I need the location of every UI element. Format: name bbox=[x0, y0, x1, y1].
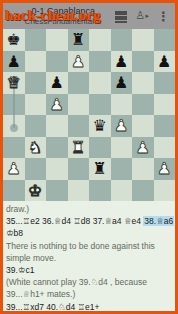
square-b8[interactable] bbox=[25, 29, 47, 51]
square-d4[interactable] bbox=[68, 115, 90, 137]
square-d3[interactable]: ♜ bbox=[68, 137, 90, 159]
comment-line-4: 39...♕h1+ mates.) bbox=[6, 288, 175, 300]
square-e1[interactable] bbox=[89, 180, 111, 202]
square-f4[interactable]: ♟ bbox=[111, 115, 133, 137]
square-f2[interactable] bbox=[111, 158, 133, 180]
square-h4[interactable] bbox=[154, 115, 176, 137]
square-c5[interactable]: ♟ bbox=[46, 94, 68, 116]
square-a3[interactable] bbox=[3, 137, 25, 159]
black-pawn: ♟ bbox=[114, 51, 128, 72]
square-g1[interactable] bbox=[132, 180, 154, 202]
pieces-play-icon[interactable]: ♙▸ bbox=[136, 10, 149, 22]
white-queen: ♛ bbox=[7, 72, 21, 93]
white-pawn: ♟ bbox=[50, 94, 64, 115]
black-pawn: ♟ bbox=[157, 51, 171, 72]
comment-line-2: simple move. bbox=[6, 252, 175, 264]
square-f5[interactable] bbox=[111, 94, 133, 116]
square-h3[interactable] bbox=[154, 137, 176, 159]
square-c1[interactable] bbox=[46, 180, 68, 202]
square-b2[interactable] bbox=[25, 158, 47, 180]
square-f8[interactable] bbox=[111, 29, 133, 51]
chess-app-screen: 0-1 Capablanca ChessFundamental… ♙▸ ⋮ ♚♜… bbox=[0, 0, 178, 314]
square-h5[interactable] bbox=[154, 94, 176, 116]
square-b6[interactable] bbox=[25, 72, 47, 94]
square-g7[interactable] bbox=[132, 51, 154, 73]
square-g6[interactable] bbox=[132, 72, 154, 94]
square-d2[interactable] bbox=[68, 158, 90, 180]
pawn-glyph: ♙ bbox=[136, 9, 146, 22]
play-triangle: ▸ bbox=[145, 12, 149, 20]
white-pawn: ♟ bbox=[7, 158, 21, 179]
square-b7[interactable] bbox=[25, 51, 47, 73]
white-knight: ♞ bbox=[28, 137, 42, 158]
square-b1[interactable]: ♚ bbox=[25, 180, 47, 202]
hack-watermark: hack-cheat.org bbox=[5, 7, 100, 24]
square-c2[interactable] bbox=[46, 158, 68, 180]
square-a7[interactable]: ♟ bbox=[3, 51, 25, 73]
square-d6[interactable] bbox=[68, 72, 90, 94]
white-king: ♚ bbox=[28, 180, 42, 201]
square-c7[interactable] bbox=[46, 51, 68, 73]
square-b5[interactable] bbox=[25, 94, 47, 116]
black-pawn: ♟ bbox=[50, 72, 64, 93]
comment-line-1: There is nothing to be done against this bbox=[6, 240, 175, 252]
black-pawn: ♟ bbox=[114, 72, 128, 93]
square-c8[interactable] bbox=[46, 29, 68, 51]
moves-before[interactable]: 35...♖e2 36.♕d4 ♖d8 37.♕a4 ♕e4 bbox=[6, 216, 143, 226]
chess-board[interactable]: ♚♜♟♟♟♟♛♟♟♟♛♟♞♜♟♟♜♟♚ bbox=[3, 29, 175, 201]
square-f3[interactable] bbox=[111, 137, 133, 159]
square-g4[interactable] bbox=[132, 115, 154, 137]
black-pawn: ♟ bbox=[7, 51, 21, 72]
square-g8[interactable] bbox=[132, 29, 154, 51]
move-list-line: 35...♖e2 36.♕d4 ♖d8 37.♕a4 ♕e4 38.♕a6 bbox=[6, 215, 175, 227]
square-g3[interactable]: ♟ bbox=[132, 137, 154, 159]
square-e5[interactable] bbox=[89, 94, 111, 116]
comment-prev-end: draw.) bbox=[6, 203, 175, 215]
square-b4[interactable] bbox=[25, 115, 47, 137]
square-h8[interactable] bbox=[154, 29, 176, 51]
white-pawn: ♟ bbox=[136, 137, 150, 158]
white-pawn: ♟ bbox=[157, 158, 171, 179]
current-move[interactable]: 38.♕a6 bbox=[143, 216, 174, 226]
square-d1[interactable] bbox=[68, 180, 90, 202]
square-c3[interactable] bbox=[46, 137, 68, 159]
white-rook: ♜ bbox=[71, 137, 85, 158]
white-pawn: ♟ bbox=[114, 115, 128, 136]
square-h2[interactable]: ♟ bbox=[154, 158, 176, 180]
moves-list-icon[interactable] bbox=[114, 8, 128, 25]
comment-line-3: (White cannot play 39.♘d4 , because bbox=[6, 276, 175, 288]
square-d8[interactable]: ♜ bbox=[68, 29, 90, 51]
move-39-white[interactable]: 39.♔c1 bbox=[6, 264, 175, 276]
moves-next-line[interactable]: 39...♖xd7 40.♘d4 ♖e1+ bbox=[6, 301, 175, 313]
black-rook: ♜ bbox=[71, 29, 85, 50]
square-d7[interactable]: ♟ bbox=[68, 51, 90, 73]
square-g5[interactable] bbox=[132, 94, 154, 116]
app-bar-icons: ♙▸ ⋮ bbox=[114, 8, 175, 25]
square-a6[interactable]: ♛ bbox=[3, 72, 25, 94]
square-h1[interactable] bbox=[154, 180, 176, 202]
square-a8[interactable]: ♚ bbox=[3, 29, 25, 51]
square-f7[interactable]: ♟ bbox=[111, 51, 133, 73]
square-f1[interactable] bbox=[111, 180, 133, 202]
square-c4[interactable] bbox=[46, 115, 68, 137]
square-a2[interactable]: ♟ bbox=[3, 158, 25, 180]
square-e7[interactable] bbox=[89, 51, 111, 73]
white-pawn: ♟ bbox=[71, 51, 85, 72]
move-kb8[interactable]: ♔b8 bbox=[6, 227, 175, 239]
square-h6[interactable] bbox=[154, 72, 176, 94]
notation-panel: draw.) 35...♖e2 36.♕d4 ♖d8 37.♕a4 ♕e4 38… bbox=[3, 201, 175, 314]
square-e6[interactable] bbox=[89, 72, 111, 94]
square-e2[interactable]: ♜ bbox=[89, 158, 111, 180]
square-h7[interactable]: ♟ bbox=[154, 51, 176, 73]
square-b3[interactable]: ♞ bbox=[25, 137, 47, 159]
last-move-origin-dot bbox=[10, 124, 18, 132]
square-e8[interactable] bbox=[89, 29, 111, 51]
square-g2[interactable] bbox=[132, 158, 154, 180]
square-a1[interactable] bbox=[3, 180, 25, 202]
black-king: ♚ bbox=[7, 29, 21, 50]
overflow-menu-icon[interactable]: ⋮ bbox=[157, 10, 170, 23]
square-f6[interactable]: ♟ bbox=[111, 72, 133, 94]
square-d5[interactable] bbox=[68, 94, 90, 116]
black-queen: ♛ bbox=[93, 115, 107, 136]
black-rook: ♜ bbox=[93, 158, 107, 179]
square-e3[interactable] bbox=[89, 137, 111, 159]
square-e4[interactable]: ♛ bbox=[89, 115, 111, 137]
square-c6[interactable]: ♟ bbox=[46, 72, 68, 94]
